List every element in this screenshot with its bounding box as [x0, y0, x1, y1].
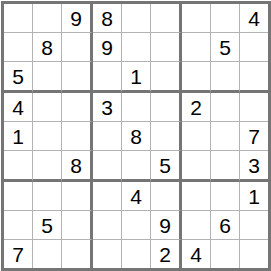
cell-r2c5-empty[interactable]: [122, 33, 151, 62]
cell-r2c4-given-9[interactable]: 9: [93, 33, 122, 62]
cell-r3c8-empty[interactable]: [211, 62, 240, 93]
cell-r6c5-empty[interactable]: [122, 151, 151, 182]
cell-r3c6-empty[interactable]: [151, 62, 182, 93]
cell-r5c1-given-1[interactable]: 1: [4, 122, 33, 151]
cell-r8c9-empty[interactable]: [240, 211, 268, 240]
cell-r7c7-empty[interactable]: [182, 182, 211, 211]
cell-r5c7-empty[interactable]: [182, 122, 211, 151]
cell-r5c2-empty[interactable]: [33, 122, 62, 151]
cell-r1c2-empty[interactable]: [33, 4, 62, 33]
cell-r7c9-given-1[interactable]: 1: [240, 182, 268, 211]
cell-r6c8-empty[interactable]: [211, 151, 240, 182]
cell-r7c8-empty[interactable]: [211, 182, 240, 211]
cell-r3c3-empty[interactable]: [62, 62, 93, 93]
cell-r8c7-empty[interactable]: [182, 211, 211, 240]
cell-r4c3-empty[interactable]: [62, 93, 93, 122]
cell-r6c6-given-5[interactable]: 5: [151, 151, 182, 182]
cell-r3c9-empty[interactable]: [240, 62, 268, 93]
cell-r9c1-given-7[interactable]: 7: [4, 240, 33, 268]
cell-r1c5-empty[interactable]: [122, 4, 151, 33]
cell-r7c6-empty[interactable]: [151, 182, 182, 211]
cell-r8c5-empty[interactable]: [122, 211, 151, 240]
cell-r4c8-empty[interactable]: [211, 93, 240, 122]
cell-r7c5-given-4[interactable]: 4: [122, 182, 151, 211]
cell-r2c8-given-5[interactable]: 5: [211, 33, 240, 62]
cell-r7c4-empty[interactable]: [93, 182, 122, 211]
cell-r6c1-empty[interactable]: [4, 151, 33, 182]
cell-r9c9-empty[interactable]: [240, 240, 268, 268]
cell-r8c8-given-6[interactable]: 6: [211, 211, 240, 240]
cell-r8c6-given-9[interactable]: 9: [151, 211, 182, 240]
cell-r7c3-empty[interactable]: [62, 182, 93, 211]
cell-r8c2-given-5[interactable]: 5: [33, 211, 62, 240]
cell-r4c2-empty[interactable]: [33, 93, 62, 122]
cell-r4c5-empty[interactable]: [122, 93, 151, 122]
cell-r5c3-empty[interactable]: [62, 122, 93, 151]
cell-r6c9-given-3[interactable]: 3: [240, 151, 268, 182]
sudoku-board: 9848955143218785341596724: [1, 1, 271, 271]
cell-r6c3-given-8[interactable]: 8: [62, 151, 93, 182]
cell-r4c1-given-4[interactable]: 4: [4, 93, 33, 122]
cell-r9c7-given-4[interactable]: 4: [182, 240, 211, 268]
cell-r9c8-empty[interactable]: [211, 240, 240, 268]
cell-r2c2-given-8[interactable]: 8: [33, 33, 62, 62]
cell-r9c2-empty[interactable]: [33, 240, 62, 268]
cell-r2c1-empty[interactable]: [4, 33, 33, 62]
cell-r9c5-empty[interactable]: [122, 240, 151, 268]
cell-r1c6-empty[interactable]: [151, 4, 182, 33]
cell-r3c1-given-5[interactable]: 5: [4, 62, 33, 93]
cell-r7c1-empty[interactable]: [4, 182, 33, 211]
cell-r1c8-empty[interactable]: [211, 4, 240, 33]
cell-r7c2-empty[interactable]: [33, 182, 62, 211]
cell-r8c1-empty[interactable]: [4, 211, 33, 240]
cell-r2c9-empty[interactable]: [240, 33, 268, 62]
cell-r4c4-given-3[interactable]: 3: [93, 93, 122, 122]
cell-r9c3-empty[interactable]: [62, 240, 93, 268]
cell-r6c2-empty[interactable]: [33, 151, 62, 182]
cell-r8c4-empty[interactable]: [93, 211, 122, 240]
cell-r3c5-given-1[interactable]: 1: [122, 62, 151, 93]
cell-r3c4-empty[interactable]: [93, 62, 122, 93]
cell-r9c6-given-2[interactable]: 2: [151, 240, 182, 268]
cell-r4c7-given-2[interactable]: 2: [182, 93, 211, 122]
cell-r2c6-empty[interactable]: [151, 33, 182, 62]
cell-r1c3-given-9[interactable]: 9: [62, 4, 93, 33]
cell-r4c6-empty[interactable]: [151, 93, 182, 122]
cell-r4c9-empty[interactable]: [240, 93, 268, 122]
cell-r3c7-empty[interactable]: [182, 62, 211, 93]
cell-r6c7-empty[interactable]: [182, 151, 211, 182]
cell-r8c3-empty[interactable]: [62, 211, 93, 240]
cell-r5c4-empty[interactable]: [93, 122, 122, 151]
cell-r5c6-empty[interactable]: [151, 122, 182, 151]
cell-r6c4-empty[interactable]: [93, 151, 122, 182]
cell-r5c9-given-7[interactable]: 7: [240, 122, 268, 151]
cell-r1c9-given-4[interactable]: 4: [240, 4, 268, 33]
cell-r1c1-empty[interactable]: [4, 4, 33, 33]
cell-r9c4-empty[interactable]: [93, 240, 122, 268]
cell-r5c8-empty[interactable]: [211, 122, 240, 151]
cell-r3c2-empty[interactable]: [33, 62, 62, 93]
cell-r1c4-given-8[interactable]: 8: [93, 4, 122, 33]
cell-r2c3-empty[interactable]: [62, 33, 93, 62]
cell-r2c7-empty[interactable]: [182, 33, 211, 62]
cell-r1c7-empty[interactable]: [182, 4, 211, 33]
cell-r5c5-given-8[interactable]: 8: [122, 122, 151, 151]
